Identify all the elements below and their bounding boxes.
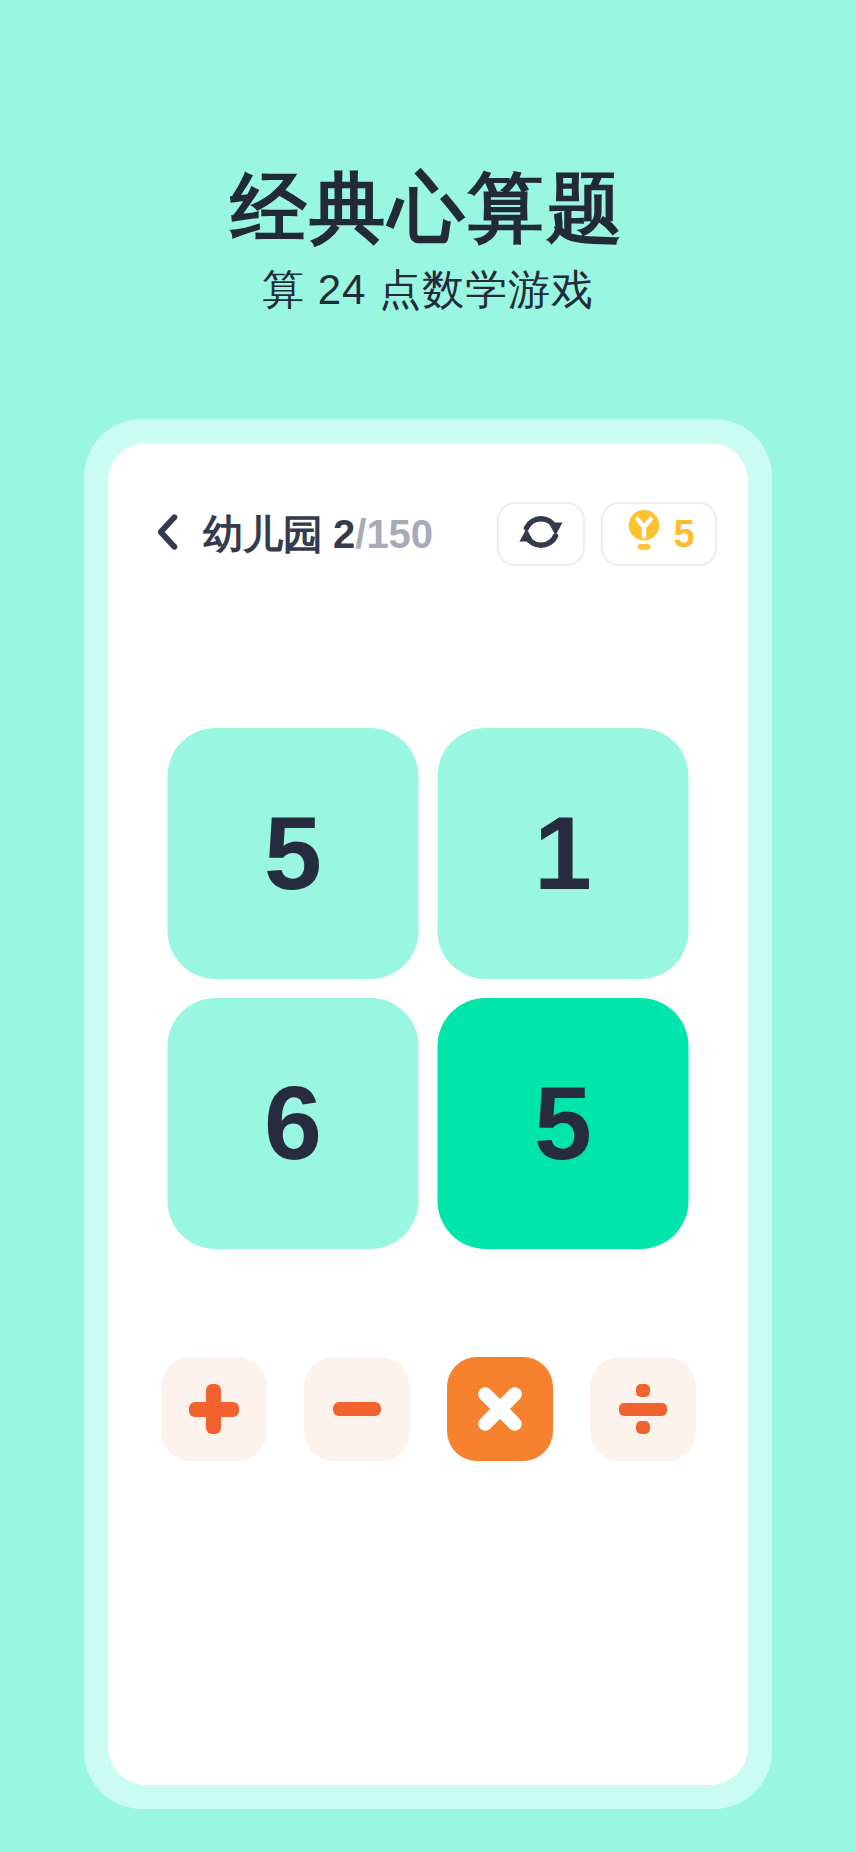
progress-fraction: 2/150 <box>333 512 433 557</box>
divide-operator-button[interactable] <box>590 1357 696 1461</box>
chevron-left-icon <box>154 513 180 555</box>
number-tile-1[interactable]: 1 <box>438 728 689 979</box>
minus-operator-button[interactable] <box>304 1357 410 1461</box>
page-title: 经典心算题 <box>0 158 856 261</box>
operator-row <box>108 1357 748 1461</box>
plus-icon <box>187 1382 241 1436</box>
level-progress: 幼儿园 2/150 <box>203 507 433 562</box>
multiply-operator-button-selected[interactable] <box>447 1357 553 1461</box>
refresh-button[interactable] <box>497 502 585 566</box>
multiply-icon <box>473 1382 527 1436</box>
back-button[interactable] <box>153 514 181 554</box>
card-header: 幼儿园 2/150 <box>108 502 748 566</box>
plus-operator-button[interactable] <box>161 1357 267 1461</box>
number-tile-2[interactable]: 6 <box>168 998 419 1249</box>
lightbulb-icon <box>623 507 665 561</box>
game-card: 幼儿园 2/150 <box>108 443 748 1785</box>
app-screen: 经典心算题 算 24 点数学游戏 幼儿园 2/150 <box>0 0 856 1852</box>
phone-frame: 幼儿园 2/150 <box>84 419 772 1809</box>
number-tile-grid: 5 1 6 5 <box>168 728 689 1249</box>
number-tile-3-selected[interactable]: 5 <box>438 998 689 1249</box>
hint-button[interactable]: 5 <box>601 502 717 566</box>
level-label: 幼儿园 <box>203 507 323 562</box>
refresh-icon <box>517 508 565 560</box>
progress-current: 2 <box>333 512 355 556</box>
page-subtitle: 算 24 点数学游戏 <box>0 262 856 318</box>
progress-separator: / <box>355 512 366 556</box>
number-tile-0[interactable]: 5 <box>168 728 419 979</box>
hint-count: 5 <box>673 513 694 556</box>
divide-icon <box>616 1382 670 1436</box>
progress-total: 150 <box>366 512 433 556</box>
minus-icon <box>330 1382 384 1436</box>
